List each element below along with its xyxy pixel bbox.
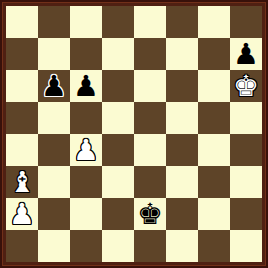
square-e5[interactable] bbox=[134, 102, 166, 134]
square-a1[interactable] bbox=[6, 230, 38, 262]
square-h8[interactable] bbox=[230, 6, 262, 38]
square-f6[interactable] bbox=[166, 70, 198, 102]
square-f2[interactable] bbox=[166, 198, 198, 230]
square-e4[interactable] bbox=[134, 134, 166, 166]
square-d4[interactable] bbox=[102, 134, 134, 166]
square-b1[interactable] bbox=[38, 230, 70, 262]
square-d7[interactable] bbox=[102, 38, 134, 70]
square-e3[interactable] bbox=[134, 166, 166, 198]
square-h7[interactable]: ♟ bbox=[230, 38, 262, 70]
square-g1[interactable] bbox=[198, 230, 230, 262]
square-c8[interactable] bbox=[70, 6, 102, 38]
square-h6[interactable]: ♚ bbox=[230, 70, 262, 102]
square-g8[interactable] bbox=[198, 6, 230, 38]
square-g6[interactable] bbox=[198, 70, 230, 102]
square-a7[interactable] bbox=[6, 38, 38, 70]
black-pawn[interactable]: ♟ bbox=[233, 38, 259, 70]
square-e8[interactable] bbox=[134, 6, 166, 38]
square-f4[interactable] bbox=[166, 134, 198, 166]
square-h3[interactable] bbox=[230, 166, 262, 198]
square-f7[interactable] bbox=[166, 38, 198, 70]
chess-board-frame: ♟♟♟♚♟♝♟♚ bbox=[0, 0, 268, 268]
square-a2[interactable]: ♟ bbox=[6, 198, 38, 230]
white-pawn[interactable]: ♟ bbox=[73, 134, 99, 166]
square-b4[interactable] bbox=[38, 134, 70, 166]
black-king[interactable]: ♚ bbox=[137, 198, 163, 230]
black-pawn[interactable]: ♟ bbox=[73, 70, 99, 102]
square-f1[interactable] bbox=[166, 230, 198, 262]
white-king[interactable]: ♚ bbox=[233, 70, 259, 102]
square-b3[interactable] bbox=[38, 166, 70, 198]
square-a6[interactable] bbox=[6, 70, 38, 102]
white-bishop[interactable]: ♝ bbox=[9, 166, 35, 198]
square-e7[interactable] bbox=[134, 38, 166, 70]
square-g2[interactable] bbox=[198, 198, 230, 230]
square-h5[interactable] bbox=[230, 102, 262, 134]
square-g7[interactable] bbox=[198, 38, 230, 70]
white-pawn[interactable]: ♟ bbox=[9, 198, 35, 230]
square-b6[interactable]: ♟ bbox=[38, 70, 70, 102]
square-d8[interactable] bbox=[102, 6, 134, 38]
square-a4[interactable] bbox=[6, 134, 38, 166]
square-g4[interactable] bbox=[198, 134, 230, 166]
square-d6[interactable] bbox=[102, 70, 134, 102]
square-h2[interactable] bbox=[230, 198, 262, 230]
square-b5[interactable] bbox=[38, 102, 70, 134]
chess-board: ♟♟♟♚♟♝♟♚ bbox=[6, 6, 262, 262]
square-c2[interactable] bbox=[70, 198, 102, 230]
square-d3[interactable] bbox=[102, 166, 134, 198]
square-d5[interactable] bbox=[102, 102, 134, 134]
square-c7[interactable] bbox=[70, 38, 102, 70]
square-d2[interactable] bbox=[102, 198, 134, 230]
black-pawn[interactable]: ♟ bbox=[41, 70, 67, 102]
square-a3[interactable]: ♝ bbox=[6, 166, 38, 198]
square-c1[interactable] bbox=[70, 230, 102, 262]
square-a5[interactable] bbox=[6, 102, 38, 134]
square-b2[interactable] bbox=[38, 198, 70, 230]
square-f3[interactable] bbox=[166, 166, 198, 198]
square-a8[interactable] bbox=[6, 6, 38, 38]
square-c3[interactable] bbox=[70, 166, 102, 198]
square-b7[interactable] bbox=[38, 38, 70, 70]
square-e1[interactable] bbox=[134, 230, 166, 262]
square-c5[interactable] bbox=[70, 102, 102, 134]
square-f8[interactable] bbox=[166, 6, 198, 38]
square-c6[interactable]: ♟ bbox=[70, 70, 102, 102]
square-g3[interactable] bbox=[198, 166, 230, 198]
square-b8[interactable] bbox=[38, 6, 70, 38]
square-d1[interactable] bbox=[102, 230, 134, 262]
square-c4[interactable]: ♟ bbox=[70, 134, 102, 166]
square-h1[interactable] bbox=[230, 230, 262, 262]
square-e6[interactable] bbox=[134, 70, 166, 102]
square-f5[interactable] bbox=[166, 102, 198, 134]
square-e2[interactable]: ♚ bbox=[134, 198, 166, 230]
square-g5[interactable] bbox=[198, 102, 230, 134]
square-h4[interactable] bbox=[230, 134, 262, 166]
